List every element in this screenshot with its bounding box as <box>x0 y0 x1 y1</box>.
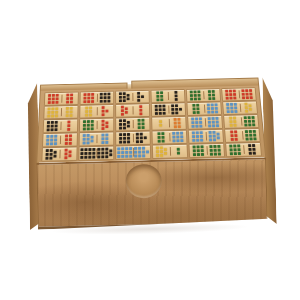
pip <box>211 107 214 110</box>
pip <box>86 138 89 141</box>
pip <box>253 130 256 133</box>
pip <box>175 91 178 94</box>
domino-left-half <box>187 89 203 101</box>
domino-tile[interactable] <box>43 105 78 119</box>
domino-left-half <box>80 105 96 117</box>
pip <box>100 96 103 99</box>
pip-grid <box>191 117 202 127</box>
pip <box>142 122 145 125</box>
pip <box>249 108 252 111</box>
pip-grid <box>174 118 181 128</box>
pip-grid <box>156 146 167 157</box>
pip-grid <box>245 103 253 113</box>
pip <box>233 117 236 120</box>
pip <box>80 156 83 159</box>
domino-tile[interactable] <box>187 115 223 130</box>
pip <box>189 91 192 94</box>
pip <box>200 145 203 148</box>
pip <box>252 116 255 119</box>
pip <box>134 147 137 150</box>
pip <box>250 137 253 140</box>
pip <box>229 90 232 93</box>
pip <box>136 140 139 143</box>
pip <box>192 135 195 138</box>
pip <box>210 149 213 152</box>
pip <box>91 124 94 127</box>
pip <box>237 144 240 147</box>
pip-grid <box>172 132 183 143</box>
pip <box>159 112 162 115</box>
pip <box>89 106 92 109</box>
pip <box>229 145 232 148</box>
domino-right-half <box>133 132 149 145</box>
box-front-panel <box>36 157 268 230</box>
pip <box>234 103 237 106</box>
pip <box>209 97 212 100</box>
pip <box>249 104 252 107</box>
pip <box>125 107 128 110</box>
pip <box>84 148 87 151</box>
pip <box>87 100 90 103</box>
pip <box>230 152 233 155</box>
domino-right-half <box>97 105 113 117</box>
pip <box>54 139 57 142</box>
domino-tile[interactable] <box>223 114 259 129</box>
pip <box>142 154 145 157</box>
pip <box>119 92 122 95</box>
pip <box>214 145 217 148</box>
pip <box>83 124 86 127</box>
pip <box>213 135 216 138</box>
pip <box>48 98 51 101</box>
pip <box>119 127 122 130</box>
pip <box>195 121 198 124</box>
pip <box>140 112 143 115</box>
pip <box>246 93 249 96</box>
pip <box>230 130 233 133</box>
pip <box>102 137 105 140</box>
domino-tile[interactable] <box>115 90 150 104</box>
domino-left-half <box>152 104 168 116</box>
pip <box>242 93 245 96</box>
domino-tile[interactable] <box>188 129 224 144</box>
pip <box>209 131 212 134</box>
domino-tile[interactable] <box>115 145 151 160</box>
pip <box>217 136 220 139</box>
domino-right-half <box>134 146 151 159</box>
pip <box>218 153 221 156</box>
pip-grid <box>85 106 92 116</box>
domino-left-half <box>116 146 133 159</box>
domino-tile[interactable] <box>222 101 258 115</box>
pip <box>123 96 126 99</box>
pip <box>248 144 251 147</box>
domino-left-half <box>116 118 132 130</box>
domino-tile[interactable] <box>151 130 187 145</box>
pip-grid <box>83 93 94 103</box>
pip <box>108 96 111 99</box>
pip <box>85 114 88 117</box>
pip <box>70 101 73 104</box>
pip <box>127 137 130 140</box>
pip <box>66 101 69 104</box>
pip <box>160 146 163 149</box>
pip <box>156 91 159 94</box>
pip <box>106 151 109 154</box>
domino-tile[interactable] <box>151 116 187 131</box>
pip <box>199 121 202 124</box>
domino-right-half <box>204 89 221 101</box>
pip <box>69 150 72 153</box>
pip <box>207 111 210 114</box>
pip <box>249 134 252 137</box>
pip <box>229 93 232 96</box>
pip <box>140 136 143 139</box>
pip <box>212 124 215 127</box>
pip <box>119 123 122 126</box>
pip <box>212 94 215 97</box>
pip <box>138 147 141 150</box>
pip-grid <box>121 106 128 116</box>
pip-grid <box>229 144 241 155</box>
pip <box>160 154 163 157</box>
domino-tile[interactable] <box>152 144 188 159</box>
domino-right-half <box>133 91 149 103</box>
pip <box>125 151 128 154</box>
domino-right-half <box>242 129 259 142</box>
domino-left-half <box>153 145 170 158</box>
pip <box>119 133 122 136</box>
pip <box>102 113 105 116</box>
pip-grid <box>209 131 221 142</box>
pip <box>162 112 165 115</box>
pip <box>140 133 143 136</box>
pip-grid <box>140 105 143 115</box>
pip <box>123 133 126 136</box>
domino-tile[interactable] <box>225 142 262 157</box>
pip <box>65 149 68 152</box>
pip <box>129 155 132 158</box>
pip <box>213 131 216 134</box>
pip <box>196 135 199 138</box>
pip <box>226 110 229 113</box>
pip <box>233 93 236 96</box>
pip <box>234 138 237 141</box>
pip <box>68 121 71 124</box>
pip <box>69 134 72 137</box>
domino-right-half <box>240 102 257 114</box>
pip <box>252 120 255 123</box>
pip <box>67 128 70 131</box>
pip <box>230 134 233 137</box>
pip <box>225 93 228 96</box>
domino-tile[interactable] <box>186 88 221 102</box>
pip <box>237 152 240 155</box>
pip <box>178 125 181 128</box>
domino-left-half <box>222 89 239 101</box>
pip <box>164 148 167 151</box>
domino-right-half <box>243 143 261 156</box>
pip <box>125 147 128 150</box>
pip <box>46 139 49 142</box>
pip <box>191 121 194 124</box>
domino-tile[interactable] <box>115 131 151 146</box>
domino-tile[interactable] <box>44 92 79 106</box>
pip-grid <box>177 146 180 157</box>
pip <box>160 98 163 101</box>
pip <box>193 94 196 97</box>
pip <box>102 148 105 151</box>
pip <box>85 107 88 110</box>
pip <box>195 125 198 128</box>
pip <box>65 138 68 141</box>
pip <box>119 119 122 122</box>
domino-right-half <box>170 145 187 158</box>
domino-left-half <box>80 133 96 146</box>
pip <box>51 115 54 118</box>
pip-grid <box>66 94 73 104</box>
pip-grid <box>210 145 222 156</box>
pip <box>126 97 129 100</box>
pip <box>126 94 129 97</box>
pip <box>249 148 252 151</box>
pip <box>69 154 72 157</box>
pip <box>49 157 52 160</box>
domino-right-half <box>60 147 77 160</box>
pip-grid <box>229 117 237 127</box>
pip <box>56 94 59 97</box>
pip <box>82 142 85 145</box>
domino-right-half <box>61 106 77 118</box>
domino-tile[interactable] <box>221 87 257 101</box>
pip <box>158 108 161 111</box>
domino-tile[interactable] <box>150 89 185 103</box>
pip <box>106 110 109 113</box>
pip <box>92 152 95 155</box>
pip <box>98 155 101 158</box>
pip <box>217 133 220 136</box>
domino-tile[interactable] <box>115 117 150 132</box>
pip <box>237 148 240 151</box>
pip <box>193 153 196 156</box>
pip <box>102 152 105 155</box>
domino-left-half <box>151 90 167 102</box>
domino-left-half <box>152 117 168 129</box>
domino-tile[interactable] <box>224 128 261 143</box>
pip <box>127 121 130 124</box>
pip <box>119 137 122 140</box>
pip <box>194 98 197 101</box>
pip <box>192 139 195 142</box>
pip <box>51 121 54 124</box>
domino-tile[interactable] <box>80 91 115 105</box>
domino-left-half <box>116 91 132 103</box>
pip <box>108 100 111 103</box>
pip <box>47 121 50 124</box>
domino-left-half <box>225 129 242 142</box>
pip-grid <box>207 103 218 113</box>
pip <box>253 148 256 151</box>
domino-tile[interactable] <box>41 146 77 161</box>
pip <box>162 105 165 108</box>
pip <box>175 98 178 101</box>
pip <box>209 135 212 138</box>
pip <box>229 117 232 120</box>
pip-grid <box>102 106 109 116</box>
pip <box>82 134 85 137</box>
pip <box>195 117 198 120</box>
pip <box>246 96 249 99</box>
domino-right-half <box>133 118 149 130</box>
domino-tile[interactable] <box>78 146 114 161</box>
pip <box>218 149 221 152</box>
pip <box>134 151 137 154</box>
pip <box>98 148 101 151</box>
pip <box>195 131 198 134</box>
pip <box>171 108 174 111</box>
pip <box>80 152 83 155</box>
pip <box>80 148 83 151</box>
pip <box>178 118 181 121</box>
pip-grid <box>230 130 238 140</box>
domino-left-half <box>187 103 204 115</box>
pip <box>233 90 236 93</box>
pip <box>65 152 68 155</box>
pip-grid <box>83 120 94 130</box>
pip-grid <box>119 119 130 129</box>
pip <box>67 94 70 97</box>
pip <box>106 137 109 140</box>
pip-grid <box>46 121 57 131</box>
domino-left-half <box>80 119 96 131</box>
pip <box>68 124 71 127</box>
pip <box>177 139 180 142</box>
pip-grid <box>134 147 149 158</box>
pip <box>154 105 157 108</box>
pip <box>144 136 147 139</box>
pip <box>48 101 51 104</box>
pip <box>233 145 236 148</box>
pip <box>244 120 247 123</box>
pip <box>102 123 105 126</box>
pip <box>201 153 204 156</box>
pip <box>213 138 216 141</box>
pip <box>245 89 248 92</box>
pip <box>87 97 90 100</box>
pip <box>176 132 179 135</box>
domino-tile[interactable] <box>151 102 186 116</box>
pip <box>212 121 215 124</box>
domino-tile[interactable] <box>79 118 114 133</box>
pip-grid <box>100 93 111 103</box>
pip <box>48 94 51 97</box>
domino-tile[interactable] <box>186 101 222 115</box>
pip <box>90 127 93 130</box>
pip <box>129 147 132 150</box>
pip <box>233 124 236 127</box>
pip <box>106 141 109 144</box>
pip <box>91 100 94 103</box>
pip <box>55 115 58 118</box>
domino-tray <box>36 85 266 162</box>
pip <box>119 96 122 99</box>
domino-right-half <box>170 131 187 144</box>
pip <box>191 125 194 128</box>
pip <box>242 96 245 99</box>
domino-tile[interactable] <box>42 132 78 147</box>
domino-left-half <box>44 106 60 118</box>
pip-grid <box>137 92 144 102</box>
pip <box>123 123 126 126</box>
pip <box>199 117 202 120</box>
pip <box>70 111 73 114</box>
pip <box>104 100 107 103</box>
pip <box>197 153 200 156</box>
domino-tile[interactable] <box>79 132 115 147</box>
pip <box>234 134 237 137</box>
pip <box>49 149 52 152</box>
pip <box>47 115 50 118</box>
pip-grid <box>192 145 204 156</box>
pip <box>234 130 237 133</box>
pip <box>253 152 256 155</box>
pip <box>216 117 219 120</box>
pip <box>87 124 90 127</box>
pip <box>216 121 219 124</box>
finger-notch[interactable] <box>125 164 162 199</box>
pip-grid <box>82 134 93 145</box>
pip <box>157 140 160 143</box>
pip <box>117 147 120 150</box>
pip <box>159 124 162 127</box>
pip <box>123 127 126 130</box>
domino-left-half <box>80 92 96 104</box>
domino-left-half <box>189 130 206 143</box>
pip <box>89 110 92 113</box>
pip <box>156 150 159 153</box>
pip-grid <box>189 90 200 100</box>
pip <box>175 104 178 107</box>
pip <box>249 152 252 155</box>
pip <box>127 140 130 143</box>
domino-left-half <box>44 120 61 132</box>
pip <box>156 146 159 149</box>
pip <box>123 137 126 140</box>
pip <box>53 151 56 154</box>
domino-tile[interactable] <box>79 104 114 118</box>
pip <box>137 95 140 98</box>
pip-grid <box>46 135 57 146</box>
pip <box>161 140 164 143</box>
pip <box>156 154 159 157</box>
domino-tile[interactable] <box>115 103 150 117</box>
domino-left-half <box>188 116 205 128</box>
pip-grid <box>102 120 109 130</box>
pip <box>106 155 109 158</box>
pip <box>208 94 211 97</box>
photo-background <box>0 0 300 300</box>
pip <box>176 112 179 115</box>
pip <box>248 124 251 127</box>
pip <box>46 135 49 138</box>
pip <box>89 114 92 117</box>
domino-tile[interactable] <box>188 143 225 158</box>
pip <box>87 93 90 96</box>
pip <box>181 139 184 142</box>
domino-tile[interactable] <box>43 119 79 134</box>
pip <box>84 156 87 159</box>
pip <box>102 127 105 130</box>
